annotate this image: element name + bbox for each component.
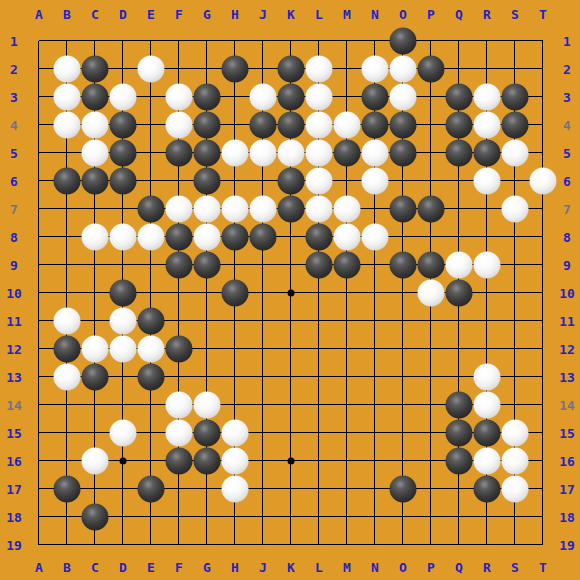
stone-white-h17[interactable] bbox=[222, 476, 249, 503]
row-label-right-9: 9 bbox=[563, 258, 571, 273]
row-label-left-8: 8 bbox=[10, 230, 18, 245]
stone-black-f8[interactable] bbox=[166, 224, 193, 251]
stone-white-r3[interactable] bbox=[474, 84, 501, 111]
stone-white-e2[interactable] bbox=[138, 56, 165, 83]
stone-black-h8[interactable] bbox=[222, 224, 249, 251]
col-label-bottom-s: S bbox=[511, 560, 519, 575]
stone-black-g3[interactable] bbox=[194, 84, 221, 111]
stone-white-b11[interactable] bbox=[54, 308, 81, 335]
stone-white-h7[interactable] bbox=[222, 196, 249, 223]
row-label-left-16: 16 bbox=[6, 454, 22, 469]
col-label-top-e: E bbox=[147, 7, 155, 22]
col-label-bottom-h: H bbox=[231, 560, 239, 575]
stone-white-l3[interactable] bbox=[306, 84, 333, 111]
row-label-right-2: 2 bbox=[563, 62, 571, 77]
stone-black-b17[interactable] bbox=[54, 476, 81, 503]
stone-white-k5[interactable] bbox=[278, 140, 305, 167]
stone-white-c4[interactable] bbox=[82, 112, 109, 139]
col-label-bottom-r: R bbox=[483, 560, 491, 575]
stone-black-e7[interactable] bbox=[138, 196, 165, 223]
stone-black-c2[interactable] bbox=[82, 56, 109, 83]
stone-white-o2[interactable] bbox=[390, 56, 417, 83]
stone-black-g4[interactable] bbox=[194, 112, 221, 139]
stone-white-h15[interactable] bbox=[222, 420, 249, 447]
col-label-bottom-g: G bbox=[203, 560, 211, 575]
stone-black-b6[interactable] bbox=[54, 168, 81, 195]
col-label-top-c: C bbox=[91, 7, 99, 22]
stone-black-q4[interactable] bbox=[446, 112, 473, 139]
row-label-right-4: 4 bbox=[563, 118, 571, 133]
stone-black-d5[interactable] bbox=[110, 140, 137, 167]
stone-black-f5[interactable] bbox=[166, 140, 193, 167]
stone-black-n3[interactable] bbox=[362, 84, 389, 111]
stone-white-b13[interactable] bbox=[54, 364, 81, 391]
stone-black-k7[interactable] bbox=[278, 196, 305, 223]
stone-white-d12[interactable] bbox=[110, 336, 137, 363]
col-label-top-d: D bbox=[119, 7, 127, 22]
row-label-left-14: 14 bbox=[6, 398, 22, 413]
col-label-top-t: T bbox=[539, 7, 547, 22]
stone-white-b4[interactable] bbox=[54, 112, 81, 139]
go-board-diagram[interactable]: AABBCCDDEEFFGGHHJJKKLLMMNNOOPPQQRRSSTT11… bbox=[0, 0, 580, 580]
stone-white-j3[interactable] bbox=[250, 84, 277, 111]
stone-white-c16[interactable] bbox=[82, 448, 109, 475]
stone-black-j8[interactable] bbox=[250, 224, 277, 251]
row-label-left-5: 5 bbox=[10, 146, 18, 161]
star-point-d16 bbox=[120, 458, 127, 465]
stone-black-c18[interactable] bbox=[82, 504, 109, 531]
stone-white-g14[interactable] bbox=[194, 392, 221, 419]
col-label-top-k: K bbox=[287, 7, 295, 22]
stone-white-f15[interactable] bbox=[166, 420, 193, 447]
row-label-left-1: 1 bbox=[10, 34, 18, 49]
stone-white-l2[interactable] bbox=[306, 56, 333, 83]
col-label-bottom-a: A bbox=[35, 560, 43, 575]
col-label-top-q: Q bbox=[455, 7, 463, 22]
stone-white-h5[interactable] bbox=[222, 140, 249, 167]
col-label-top-l: L bbox=[315, 7, 323, 22]
row-label-right-17: 17 bbox=[559, 482, 575, 497]
stone-white-c5[interactable] bbox=[82, 140, 109, 167]
stone-white-s7[interactable] bbox=[502, 196, 529, 223]
stone-white-r4[interactable] bbox=[474, 112, 501, 139]
stone-white-d15[interactable] bbox=[110, 420, 137, 447]
col-label-top-p: P bbox=[427, 7, 435, 22]
stone-white-n2[interactable] bbox=[362, 56, 389, 83]
stone-white-r14[interactable] bbox=[474, 392, 501, 419]
col-label-top-f: F bbox=[175, 7, 183, 22]
stone-black-r15[interactable] bbox=[474, 420, 501, 447]
stone-black-d4[interactable] bbox=[110, 112, 137, 139]
stone-black-m9[interactable] bbox=[334, 252, 361, 279]
stone-black-g5[interactable] bbox=[194, 140, 221, 167]
stone-white-r16[interactable] bbox=[474, 448, 501, 475]
row-label-right-3: 3 bbox=[563, 90, 571, 105]
stone-white-b3[interactable] bbox=[54, 84, 81, 111]
col-label-bottom-q: Q bbox=[455, 560, 463, 575]
row-label-right-14: 14 bbox=[559, 398, 575, 413]
stone-black-q10[interactable] bbox=[446, 280, 473, 307]
stone-white-g7[interactable] bbox=[194, 196, 221, 223]
col-label-bottom-k: K bbox=[287, 560, 295, 575]
stone-white-m8[interactable] bbox=[334, 224, 361, 251]
stone-black-o1[interactable] bbox=[390, 28, 417, 55]
stone-black-s3[interactable] bbox=[502, 84, 529, 111]
col-label-bottom-c: C bbox=[91, 560, 99, 575]
stone-white-m7[interactable] bbox=[334, 196, 361, 223]
stone-black-q16[interactable] bbox=[446, 448, 473, 475]
row-label-right-18: 18 bbox=[559, 510, 575, 525]
stone-white-d11[interactable] bbox=[110, 308, 137, 335]
stone-white-m4[interactable] bbox=[334, 112, 361, 139]
stone-white-c12[interactable] bbox=[82, 336, 109, 363]
col-label-bottom-t: T bbox=[539, 560, 547, 575]
row-label-left-11: 11 bbox=[6, 314, 22, 329]
stone-white-e12[interactable] bbox=[138, 336, 165, 363]
col-label-top-h: H bbox=[231, 7, 239, 22]
stone-white-c8[interactable] bbox=[82, 224, 109, 251]
row-label-left-17: 17 bbox=[6, 482, 22, 497]
col-label-bottom-l: L bbox=[315, 560, 323, 575]
stone-black-f12[interactable] bbox=[166, 336, 193, 363]
stone-black-g15[interactable] bbox=[194, 420, 221, 447]
row-label-left-18: 18 bbox=[6, 510, 22, 525]
stone-black-q3[interactable] bbox=[446, 84, 473, 111]
stone-black-g16[interactable] bbox=[194, 448, 221, 475]
stone-white-g8[interactable] bbox=[194, 224, 221, 251]
stone-black-o5[interactable] bbox=[390, 140, 417, 167]
row-label-left-10: 10 bbox=[6, 286, 22, 301]
stone-white-s15[interactable] bbox=[502, 420, 529, 447]
row-label-right-7: 7 bbox=[563, 202, 571, 217]
stone-white-n8[interactable] bbox=[362, 224, 389, 251]
stone-black-p9[interactable] bbox=[418, 252, 445, 279]
stone-white-s16[interactable] bbox=[502, 448, 529, 475]
stone-black-q14[interactable] bbox=[446, 392, 473, 419]
col-label-bottom-f: F bbox=[175, 560, 183, 575]
stone-white-j7[interactable] bbox=[250, 196, 277, 223]
stone-white-f3[interactable] bbox=[166, 84, 193, 111]
star-point-k16 bbox=[288, 458, 295, 465]
stone-black-p7[interactable] bbox=[418, 196, 445, 223]
stone-white-d8[interactable] bbox=[110, 224, 137, 251]
col-label-bottom-d: D bbox=[119, 560, 127, 575]
stone-black-k3[interactable] bbox=[278, 84, 305, 111]
col-label-bottom-n: N bbox=[371, 560, 379, 575]
row-label-right-5: 5 bbox=[563, 146, 571, 161]
stone-white-f7[interactable] bbox=[166, 196, 193, 223]
stone-white-r6[interactable] bbox=[474, 168, 501, 195]
row-label-left-2: 2 bbox=[10, 62, 18, 77]
col-label-top-m: M bbox=[343, 7, 351, 22]
stone-black-o17[interactable] bbox=[390, 476, 417, 503]
col-label-top-s: S bbox=[511, 7, 519, 22]
stone-black-g9[interactable] bbox=[194, 252, 221, 279]
stone-black-f16[interactable] bbox=[166, 448, 193, 475]
stone-black-n4[interactable] bbox=[362, 112, 389, 139]
stone-black-r5[interactable] bbox=[474, 140, 501, 167]
stone-black-o9[interactable] bbox=[390, 252, 417, 279]
stone-black-k2[interactable] bbox=[278, 56, 305, 83]
row-label-right-1: 1 bbox=[563, 34, 571, 49]
stone-black-q5[interactable] bbox=[446, 140, 473, 167]
stone-white-t6[interactable] bbox=[530, 168, 557, 195]
stone-black-c6[interactable] bbox=[82, 168, 109, 195]
stone-white-l6[interactable] bbox=[306, 168, 333, 195]
row-label-left-4: 4 bbox=[10, 118, 18, 133]
col-label-top-j: J bbox=[259, 7, 267, 22]
row-label-left-9: 9 bbox=[10, 258, 18, 273]
row-label-left-12: 12 bbox=[6, 342, 22, 357]
row-label-right-15: 15 bbox=[559, 426, 575, 441]
row-label-left-13: 13 bbox=[6, 370, 22, 385]
col-label-bottom-m: M bbox=[343, 560, 351, 575]
stone-black-e11[interactable] bbox=[138, 308, 165, 335]
stone-black-d10[interactable] bbox=[110, 280, 137, 307]
stone-white-d3[interactable] bbox=[110, 84, 137, 111]
stone-black-b12[interactable] bbox=[54, 336, 81, 363]
row-label-right-6: 6 bbox=[563, 174, 571, 189]
col-label-bottom-p: P bbox=[427, 560, 435, 575]
stone-black-o4[interactable] bbox=[390, 112, 417, 139]
stone-white-f4[interactable] bbox=[166, 112, 193, 139]
stone-white-l5[interactable] bbox=[306, 140, 333, 167]
stone-black-j4[interactable] bbox=[250, 112, 277, 139]
stone-black-q15[interactable] bbox=[446, 420, 473, 447]
stone-white-n6[interactable] bbox=[362, 168, 389, 195]
row-label-left-7: 7 bbox=[10, 202, 18, 217]
row-label-right-10: 10 bbox=[559, 286, 575, 301]
stone-white-q9[interactable] bbox=[446, 252, 473, 279]
star-point-k10 bbox=[288, 290, 295, 297]
stone-black-l8[interactable] bbox=[306, 224, 333, 251]
stone-black-h10[interactable] bbox=[222, 280, 249, 307]
stone-white-h16[interactable] bbox=[222, 448, 249, 475]
stone-black-l9[interactable] bbox=[306, 252, 333, 279]
col-label-top-b: B bbox=[63, 7, 71, 22]
stone-black-d6[interactable] bbox=[110, 168, 137, 195]
stone-white-s17[interactable] bbox=[502, 476, 529, 503]
stone-white-e8[interactable] bbox=[138, 224, 165, 251]
stone-black-r17[interactable] bbox=[474, 476, 501, 503]
stone-white-l7[interactable] bbox=[306, 196, 333, 223]
col-label-top-n: N bbox=[371, 7, 379, 22]
col-label-bottom-o: O bbox=[399, 560, 407, 575]
row-label-right-13: 13 bbox=[559, 370, 575, 385]
row-label-right-11: 11 bbox=[559, 314, 575, 329]
stone-white-o3[interactable] bbox=[390, 84, 417, 111]
stone-black-c13[interactable] bbox=[82, 364, 109, 391]
row-label-right-12: 12 bbox=[559, 342, 575, 357]
stone-white-s5[interactable] bbox=[502, 140, 529, 167]
stone-white-f14[interactable] bbox=[166, 392, 193, 419]
col-label-top-r: R bbox=[483, 7, 491, 22]
stone-black-s4[interactable] bbox=[502, 112, 529, 139]
stone-black-k4[interactable] bbox=[278, 112, 305, 139]
stone-white-r13[interactable] bbox=[474, 364, 501, 391]
stone-black-e13[interactable] bbox=[138, 364, 165, 391]
col-label-top-o: O bbox=[399, 7, 407, 22]
stone-white-l4[interactable] bbox=[306, 112, 333, 139]
stone-white-r9[interactable] bbox=[474, 252, 501, 279]
stone-white-n5[interactable] bbox=[362, 140, 389, 167]
col-label-bottom-e: E bbox=[147, 560, 155, 575]
row-label-left-15: 15 bbox=[6, 426, 22, 441]
col-label-bottom-b: B bbox=[63, 560, 71, 575]
stone-black-p2[interactable] bbox=[418, 56, 445, 83]
row-label-left-6: 6 bbox=[10, 174, 18, 189]
stone-white-p10[interactable] bbox=[418, 280, 445, 307]
stone-black-f9[interactable] bbox=[166, 252, 193, 279]
row-label-left-19: 19 bbox=[6, 538, 22, 553]
row-label-right-19: 19 bbox=[559, 538, 575, 553]
stone-black-c3[interactable] bbox=[82, 84, 109, 111]
stone-white-b2[interactable] bbox=[54, 56, 81, 83]
row-label-left-3: 3 bbox=[10, 90, 18, 105]
stone-white-j5[interactable] bbox=[250, 140, 277, 167]
col-label-bottom-j: J bbox=[259, 560, 267, 575]
stone-black-m5[interactable] bbox=[334, 140, 361, 167]
col-label-top-a: A bbox=[35, 7, 43, 22]
col-label-top-g: G bbox=[203, 7, 211, 22]
row-label-right-8: 8 bbox=[563, 230, 571, 245]
stone-black-e17[interactable] bbox=[138, 476, 165, 503]
stone-black-o7[interactable] bbox=[390, 196, 417, 223]
stone-black-k6[interactable] bbox=[278, 168, 305, 195]
row-label-right-16: 16 bbox=[559, 454, 575, 469]
stone-black-g6[interactable] bbox=[194, 168, 221, 195]
stone-black-h2[interactable] bbox=[222, 56, 249, 83]
